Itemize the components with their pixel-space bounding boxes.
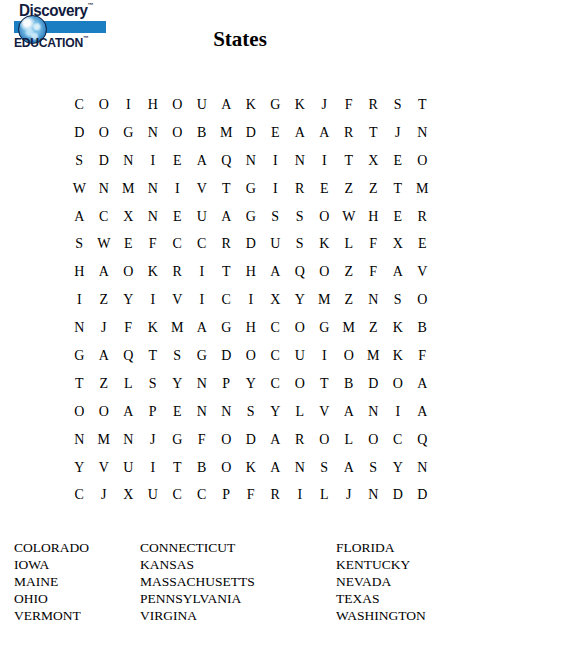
grid-cell-r11c6: N — [190, 370, 215, 398]
grid-cell-r11c1: T — [67, 370, 92, 398]
grid-cell-r5c3: X — [116, 203, 141, 231]
grid-cell-r2c13: T — [361, 119, 386, 147]
grid-cell-r1c15: T — [410, 91, 435, 119]
grid-cell-r14c3: U — [116, 454, 141, 482]
grid-cell-r9c8: H — [239, 314, 264, 342]
grid-cell-r4c13: Z — [361, 175, 386, 203]
grid-cell-r7c6: I — [190, 258, 215, 286]
grid-cell-r6c2: W — [92, 230, 117, 258]
grid-cell-r15c2: J — [92, 481, 117, 509]
grid-cell-r13c10: R — [288, 426, 313, 454]
grid-cell-r3c6: A — [190, 147, 215, 175]
grid-cell-r12c14: I — [386, 398, 411, 426]
grid-cell-r3c3: N — [116, 147, 141, 175]
grid-cell-r3c2: D — [92, 147, 117, 175]
word-list-item: CONNECTICUT — [140, 539, 255, 556]
grid-cell-r3c1: S — [67, 147, 92, 175]
word-list-item: COLORADO — [14, 539, 89, 556]
grid-cell-r10c13: M — [361, 342, 386, 370]
grid-cell-r9c12: M — [337, 314, 362, 342]
grid-cell-r5c9: S — [263, 203, 288, 231]
grid-cell-r7c4: K — [141, 258, 166, 286]
grid-cell-r11c11: T — [312, 370, 337, 398]
grid-cell-r1c11: J — [312, 91, 337, 119]
word-list-item: NEVADA — [336, 573, 426, 590]
grid-cell-r11c7: P — [214, 370, 239, 398]
grid-cell-r1c8: K — [239, 91, 264, 119]
grid-cell-r12c13: N — [361, 398, 386, 426]
grid-cell-r15c5: C — [165, 481, 190, 509]
grid-cell-r13c5: G — [165, 426, 190, 454]
grid-cell-r6c6: C — [190, 230, 215, 258]
grid-cell-r5c5: E — [165, 203, 190, 231]
word-list-column-2: CONNECTICUTKANSASMASSACHUSETTSPENNSYLVAN… — [140, 539, 255, 624]
grid-cell-r6c15: E — [410, 230, 435, 258]
grid-cell-r7c1: H — [67, 258, 92, 286]
grid-cell-r8c9: X — [263, 286, 288, 314]
grid-cell-r10c6: G — [190, 342, 215, 370]
grid-cell-r1c7: A — [214, 91, 239, 119]
grid-cell-r9c15: B — [410, 314, 435, 342]
grid-cell-r7c12: Z — [337, 258, 362, 286]
grid-cell-r13c4: J — [141, 426, 166, 454]
grid-cell-r6c11: K — [312, 230, 337, 258]
grid-cell-r3c15: O — [410, 147, 435, 175]
grid-cell-r6c5: C — [165, 230, 190, 258]
grid-cell-r14c15: N — [410, 454, 435, 482]
grid-cell-r9c4: K — [141, 314, 166, 342]
word-list-item: WASHINGTON — [336, 607, 426, 624]
grid-cell-r13c6: F — [190, 426, 215, 454]
grid-cell-r8c15: O — [410, 286, 435, 314]
grid-cell-r3c10: N — [288, 147, 313, 175]
grid-cell-r12c6: N — [190, 398, 215, 426]
grid-cell-r8c11: M — [312, 286, 337, 314]
grid-cell-r6c10: S — [288, 230, 313, 258]
grid-cell-r4c12: Z — [337, 175, 362, 203]
grid-cell-r11c2: Z — [92, 370, 117, 398]
grid-cell-r10c11: I — [312, 342, 337, 370]
grid-cell-r9c6: A — [190, 314, 215, 342]
word-list: COLORADOIOWAMAINEOHIOVERMONTCONNECTICUTK… — [0, 539, 576, 629]
word-list-item: VERMONT — [14, 607, 89, 624]
grid-cell-r10c4: T — [141, 342, 166, 370]
grid-cell-r15c14: D — [386, 481, 411, 509]
grid-cell-r13c11: O — [312, 426, 337, 454]
grid-cell-r12c3: A — [116, 398, 141, 426]
grid-cell-r12c15: A — [410, 398, 435, 426]
grid-cell-r2c4: N — [141, 119, 166, 147]
grid-cell-r8c8: I — [239, 286, 264, 314]
grid-cell-r5c8: G — [239, 203, 264, 231]
grid-cell-r1c2: O — [92, 91, 117, 119]
grid-cell-r10c15: F — [410, 342, 435, 370]
grid-cell-r4c4: N — [141, 175, 166, 203]
grid-cell-r15c12: J — [337, 481, 362, 509]
grid-cell-r3c4: I — [141, 147, 166, 175]
grid-cell-r12c11: V — [312, 398, 337, 426]
grid-cell-r6c7: R — [214, 230, 239, 258]
grid-cell-r8c7: C — [214, 286, 239, 314]
grid-cell-r3c7: Q — [214, 147, 239, 175]
grid-cell-r4c14: T — [386, 175, 411, 203]
grid-cell-r7c13: F — [361, 258, 386, 286]
grid-cell-r14c7: O — [214, 454, 239, 482]
grid-cell-r15c11: L — [312, 481, 337, 509]
grid-cell-r2c7: M — [214, 119, 239, 147]
grid-cell-r9c2: J — [92, 314, 117, 342]
grid-cell-r13c3: N — [116, 426, 141, 454]
grid-cell-r15c8: F — [239, 481, 264, 509]
grid-cell-r9c7: G — [214, 314, 239, 342]
word-search-grid: COIHOUAKGKJFRSTDOGNOBMDEAARTJNSDNIEAQNIN… — [67, 91, 435, 509]
grid-cell-r14c1: Y — [67, 454, 92, 482]
grid-cell-r5c13: H — [361, 203, 386, 231]
grid-cell-r7c5: R — [165, 258, 190, 286]
grid-cell-r13c8: D — [239, 426, 264, 454]
grid-cell-r12c7: N — [214, 398, 239, 426]
grid-cell-r5c15: R — [410, 203, 435, 231]
grid-cell-r13c7: O — [214, 426, 239, 454]
grid-cell-r6c3: E — [116, 230, 141, 258]
grid-cell-r13c15: Q — [410, 426, 435, 454]
grid-cell-r14c13: S — [361, 454, 386, 482]
grid-cell-r10c5: S — [165, 342, 190, 370]
grid-cell-r4c9: I — [263, 175, 288, 203]
grid-cell-r10c12: O — [337, 342, 362, 370]
grid-cell-r1c6: U — [190, 91, 215, 119]
word-search-worksheet: Discovery™ EDUCATION™ States COIHOUAKGKJ… — [0, 0, 576, 650]
grid-cell-r13c14: C — [386, 426, 411, 454]
grid-cell-r5c1: A — [67, 203, 92, 231]
grid-cell-r9c5: M — [165, 314, 190, 342]
grid-cell-r12c12: A — [337, 398, 362, 426]
grid-cell-r3c13: X — [361, 147, 386, 175]
grid-cell-r10c2: A — [92, 342, 117, 370]
grid-cell-r13c12: L — [337, 426, 362, 454]
grid-cell-r8c6: I — [190, 286, 215, 314]
grid-cell-r10c8: O — [239, 342, 264, 370]
grid-cell-r11c8: Y — [239, 370, 264, 398]
grid-cell-r8c1: I — [67, 286, 92, 314]
grid-cell-r15c7: P — [214, 481, 239, 509]
grid-cell-r1c12: F — [337, 91, 362, 119]
grid-cell-r11c14: O — [386, 370, 411, 398]
grid-cell-r14c10: N — [288, 454, 313, 482]
grid-cell-r14c11: S — [312, 454, 337, 482]
grid-cell-r11c3: L — [116, 370, 141, 398]
grid-cell-r13c2: M — [92, 426, 117, 454]
grid-cell-r2c5: O — [165, 119, 190, 147]
grid-cell-r7c2: A — [92, 258, 117, 286]
grid-cell-r12c1: O — [67, 398, 92, 426]
grid-cell-r3c11: I — [312, 147, 337, 175]
grid-cell-r15c15: D — [410, 481, 435, 509]
grid-cell-r9c1: N — [67, 314, 92, 342]
grid-cell-r7c11: O — [312, 258, 337, 286]
grid-cell-r15c10: I — [288, 481, 313, 509]
grid-cell-r15c6: C — [190, 481, 215, 509]
grid-cell-r14c5: T — [165, 454, 190, 482]
grid-cell-r12c5: E — [165, 398, 190, 426]
grid-cell-r7c14: A — [386, 258, 411, 286]
grid-cell-r5c2: C — [92, 203, 117, 231]
grid-cell-r3c14: E — [386, 147, 411, 175]
grid-cell-r1c1: C — [67, 91, 92, 119]
grid-cell-r3c5: E — [165, 147, 190, 175]
grid-cell-r15c1: C — [67, 481, 92, 509]
word-list-item: FLORIDA — [336, 539, 426, 556]
grid-cell-r1c3: I — [116, 91, 141, 119]
grid-cell-r14c12: A — [337, 454, 362, 482]
grid-cell-r11c13: D — [361, 370, 386, 398]
grid-cell-r5c4: N — [141, 203, 166, 231]
grid-cell-r5c14: E — [386, 203, 411, 231]
grid-cell-r4c15: M — [410, 175, 435, 203]
grid-cell-r8c3: Y — [116, 286, 141, 314]
grid-cell-r7c8: H — [239, 258, 264, 286]
grid-cell-r6c8: D — [239, 230, 264, 258]
word-list-item: OHIO — [14, 590, 89, 607]
word-list-item: MASSACHUSETTS — [140, 573, 255, 590]
grid-cell-r7c9: A — [263, 258, 288, 286]
word-list-column-1: COLORADOIOWAMAINEOHIOVERMONT — [14, 539, 89, 624]
grid-cell-r5c11: O — [312, 203, 337, 231]
grid-cell-r12c4: P — [141, 398, 166, 426]
word-list-item: KENTUCKY — [336, 556, 426, 573]
grid-cell-r8c10: Y — [288, 286, 313, 314]
grid-cell-r6c13: F — [361, 230, 386, 258]
grid-cell-r2c11: A — [312, 119, 337, 147]
grid-cell-r8c13: N — [361, 286, 386, 314]
grid-cell-r14c6: B — [190, 454, 215, 482]
grid-cell-r15c13: N — [361, 481, 386, 509]
grid-cell-r5c10: S — [288, 203, 313, 231]
grid-cell-r14c4: I — [141, 454, 166, 482]
word-list-item: KANSAS — [140, 556, 255, 573]
grid-cell-r5c12: W — [337, 203, 362, 231]
grid-cell-r9c13: Z — [361, 314, 386, 342]
puzzle-title: States — [0, 27, 480, 52]
grid-cell-r13c1: N — [67, 426, 92, 454]
grid-cell-r14c14: Y — [386, 454, 411, 482]
grid-cell-r5c6: U — [190, 203, 215, 231]
grid-cell-r4c11: E — [312, 175, 337, 203]
grid-cell-r2c14: J — [386, 119, 411, 147]
grid-cell-r9c9: C — [263, 314, 288, 342]
grid-cell-r2c3: G — [116, 119, 141, 147]
grid-cell-r6c1: S — [67, 230, 92, 258]
grid-cell-r15c4: U — [141, 481, 166, 509]
grid-cell-r1c14: S — [386, 91, 411, 119]
grid-cell-r7c15: V — [410, 258, 435, 286]
grid-cell-r2c2: O — [92, 119, 117, 147]
grid-cell-r4c10: R — [288, 175, 313, 203]
grid-cell-r14c9: A — [263, 454, 288, 482]
grid-cell-r6c14: X — [386, 230, 411, 258]
grid-cell-r14c2: V — [92, 454, 117, 482]
grid-cell-r2c8: D — [239, 119, 264, 147]
grid-cell-r7c10: Q — [288, 258, 313, 286]
grid-cell-r8c14: S — [386, 286, 411, 314]
grid-cell-r12c10: L — [288, 398, 313, 426]
grid-cell-r12c9: Y — [263, 398, 288, 426]
grid-cell-r2c1: D — [67, 119, 92, 147]
grid-cell-r11c9: C — [263, 370, 288, 398]
word-list-item: MAINE — [14, 573, 89, 590]
grid-cell-r8c12: Z — [337, 286, 362, 314]
grid-cell-r5c7: A — [214, 203, 239, 231]
grid-cell-r8c5: V — [165, 286, 190, 314]
grid-cell-r1c10: K — [288, 91, 313, 119]
grid-cell-r1c5: O — [165, 91, 190, 119]
word-list-item: VIRGINA — [140, 607, 255, 624]
grid-cell-r4c2: N — [92, 175, 117, 203]
grid-cell-r14c8: K — [239, 454, 264, 482]
grid-cell-r4c7: T — [214, 175, 239, 203]
grid-cell-r9c3: F — [116, 314, 141, 342]
grid-cell-r11c15: A — [410, 370, 435, 398]
grid-cell-r15c3: X — [116, 481, 141, 509]
grid-cell-r10c14: K — [386, 342, 411, 370]
grid-cell-r10c9: C — [263, 342, 288, 370]
grid-cell-r13c9: A — [263, 426, 288, 454]
grid-cell-r1c13: R — [361, 91, 386, 119]
grid-cell-r6c9: U — [263, 230, 288, 258]
grid-cell-r13c13: O — [361, 426, 386, 454]
grid-cell-r7c3: O — [116, 258, 141, 286]
grid-cell-r3c12: T — [337, 147, 362, 175]
grid-cell-r11c10: O — [288, 370, 313, 398]
grid-cell-r9c14: K — [386, 314, 411, 342]
grid-cell-r1c9: G — [263, 91, 288, 119]
word-list-item: TEXAS — [336, 590, 426, 607]
word-list-item: PENNSYLVANIA — [140, 590, 255, 607]
grid-cell-r8c2: Z — [92, 286, 117, 314]
grid-cell-r2c12: R — [337, 119, 362, 147]
grid-cell-r11c5: Y — [165, 370, 190, 398]
grid-cell-r10c10: U — [288, 342, 313, 370]
grid-cell-r12c2: O — [92, 398, 117, 426]
grid-cell-r8c4: I — [141, 286, 166, 314]
grid-cell-r15c9: R — [263, 481, 288, 509]
grid-cell-r7c7: T — [214, 258, 239, 286]
grid-cell-r4c3: M — [116, 175, 141, 203]
grid-cell-r10c3: Q — [116, 342, 141, 370]
grid-cell-r3c8: N — [239, 147, 264, 175]
grid-cell-r9c10: O — [288, 314, 313, 342]
grid-cell-r4c1: W — [67, 175, 92, 203]
grid-cell-r6c12: L — [337, 230, 362, 258]
grid-cell-r4c8: G — [239, 175, 264, 203]
grid-cell-r4c5: I — [165, 175, 190, 203]
grid-cell-r11c12: B — [337, 370, 362, 398]
grid-cell-r10c7: D — [214, 342, 239, 370]
grid-cell-r2c6: B — [190, 119, 215, 147]
trademark-symbol: ™ — [87, 2, 92, 8]
grid-cell-r2c9: E — [263, 119, 288, 147]
grid-cell-r6c4: F — [141, 230, 166, 258]
grid-cell-r11c4: S — [141, 370, 166, 398]
grid-cell-r9c11: G — [312, 314, 337, 342]
word-list-column-3: FLORIDAKENTUCKYNEVADATEXASWASHINGTON — [336, 539, 426, 624]
grid-cell-r3c9: I — [263, 147, 288, 175]
grid-cell-r2c10: A — [288, 119, 313, 147]
grid-cell-r2c15: N — [410, 119, 435, 147]
word-list-item: IOWA — [14, 556, 89, 573]
grid-cell-r10c1: G — [67, 342, 92, 370]
grid-cell-r1c4: H — [141, 91, 166, 119]
grid-cell-r12c8: S — [239, 398, 264, 426]
grid-cell-r4c6: V — [190, 175, 215, 203]
